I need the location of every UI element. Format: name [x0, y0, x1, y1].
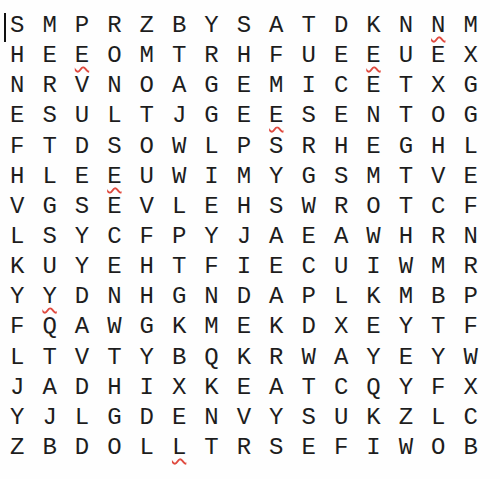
- grid-cell[interactable]: D: [325, 11, 357, 41]
- grid-cell[interactable]: Q: [195, 343, 227, 373]
- grid-cell[interactable]: E: [98, 162, 130, 192]
- grid-cell[interactable]: S: [260, 192, 292, 222]
- grid-cell[interactable]: A: [163, 71, 195, 101]
- grid-cell[interactable]: S: [33, 222, 65, 252]
- grid-cell[interactable]: E: [228, 71, 260, 101]
- grid-cell[interactable]: T: [390, 71, 422, 101]
- grid-cell[interactable]: S: [1, 11, 33, 41]
- grid-cell[interactable]: T: [293, 11, 325, 41]
- grid-cell[interactable]: X: [454, 41, 486, 71]
- grid-cell[interactable]: F: [260, 41, 292, 71]
- grid-cell[interactable]: D: [66, 282, 98, 312]
- grid-cell[interactable]: T: [293, 373, 325, 403]
- grid-cell[interactable]: L: [1, 343, 33, 373]
- grid-cell[interactable]: Q: [357, 373, 389, 403]
- grid-cell[interactable]: Y: [66, 222, 98, 252]
- grid-cell[interactable]: F: [131, 222, 163, 252]
- grid-cell[interactable]: T: [195, 433, 227, 463]
- grid-cell[interactable]: S: [293, 101, 325, 131]
- grid-cell[interactable]: V: [422, 162, 454, 192]
- grid-cell[interactable]: S: [260, 132, 292, 162]
- grid-cell[interactable]: S: [66, 192, 98, 222]
- grid-cell[interactable]: P: [454, 282, 486, 312]
- grid-cell[interactable]: V: [66, 71, 98, 101]
- grid-cell[interactable]: T: [163, 252, 195, 282]
- grid-cell[interactable]: I: [228, 252, 260, 282]
- grid-cell[interactable]: I: [357, 252, 389, 282]
- grid-cell[interactable]: H: [228, 41, 260, 71]
- grid-cell[interactable]: J: [228, 222, 260, 252]
- grid-cell[interactable]: Y: [390, 373, 422, 403]
- grid-cell[interactable]: K: [357, 282, 389, 312]
- grid-cell[interactable]: V: [66, 343, 98, 373]
- grid-cell[interactable]: Y: [390, 312, 422, 342]
- grid-cell[interactable]: R: [325, 192, 357, 222]
- grid-cell[interactable]: N: [422, 11, 454, 41]
- grid-cell[interactable]: C: [454, 403, 486, 433]
- grid-cell[interactable]: N: [454, 222, 486, 252]
- grid-cell[interactable]: S: [98, 132, 130, 162]
- grid-cell[interactable]: E: [260, 101, 292, 131]
- grid-cell[interactable]: E: [293, 433, 325, 463]
- grid-cell[interactable]: M: [260, 71, 292, 101]
- grid-cell[interactable]: F: [195, 252, 227, 282]
- grid-cell[interactable]: A: [260, 222, 292, 252]
- grid-cell[interactable]: I: [131, 373, 163, 403]
- grid-cell[interactable]: S: [325, 162, 357, 192]
- grid-cell[interactable]: G: [131, 312, 163, 342]
- grid-cell[interactable]: K: [357, 11, 389, 41]
- grid-cell[interactable]: K: [260, 312, 292, 342]
- grid-cell[interactable]: T: [131, 101, 163, 131]
- grid-cell[interactable]: X: [454, 373, 486, 403]
- grid-cell[interactable]: A: [260, 373, 292, 403]
- grid-cell[interactable]: H: [422, 132, 454, 162]
- grid-cell[interactable]: Z: [1, 433, 33, 463]
- grid-cell[interactable]: C: [293, 252, 325, 282]
- grid-cell[interactable]: K: [1, 252, 33, 282]
- grid-cell[interactable]: K: [163, 312, 195, 342]
- grid-cell[interactable]: Y: [1, 282, 33, 312]
- grid-cell[interactable]: B: [163, 11, 195, 41]
- grid-cell[interactable]: X: [163, 373, 195, 403]
- grid-cell[interactable]: C: [98, 222, 130, 252]
- grid-cell[interactable]: E: [357, 71, 389, 101]
- grid-cell[interactable]: L: [98, 101, 130, 131]
- grid-cell[interactable]: H: [131, 252, 163, 282]
- grid-cell[interactable]: Z: [390, 403, 422, 433]
- grid-cell[interactable]: Y: [260, 162, 292, 192]
- grid-cell[interactable]: E: [357, 132, 389, 162]
- grid-cell[interactable]: T: [390, 101, 422, 131]
- grid-cell[interactable]: K: [357, 403, 389, 433]
- grid-cell[interactable]: O: [98, 41, 130, 71]
- grid-cell[interactable]: F: [454, 312, 486, 342]
- grid-cell[interactable]: N: [1, 71, 33, 101]
- grid-cell[interactable]: P: [66, 11, 98, 41]
- grid-cell[interactable]: G: [390, 132, 422, 162]
- grid-cell[interactable]: X: [422, 71, 454, 101]
- grid-cell[interactable]: U: [131, 162, 163, 192]
- grid-cell[interactable]: I: [293, 71, 325, 101]
- grid-cell[interactable]: E: [390, 343, 422, 373]
- grid-cell[interactable]: D: [66, 433, 98, 463]
- grid-cell[interactable]: W: [390, 433, 422, 463]
- grid-cell[interactable]: E: [357, 41, 389, 71]
- grid-cell[interactable]: D: [66, 132, 98, 162]
- grid-cell[interactable]: A: [33, 373, 65, 403]
- grid-cell[interactable]: H: [1, 162, 33, 192]
- grid-cell[interactable]: E: [422, 41, 454, 71]
- grid-cell[interactable]: C: [422, 192, 454, 222]
- grid-cell[interactable]: H: [131, 282, 163, 312]
- grid-cell[interactable]: S: [33, 101, 65, 131]
- grid-cell[interactable]: P: [163, 222, 195, 252]
- grid-cell[interactable]: B: [454, 433, 486, 463]
- grid-cell[interactable]: G: [33, 192, 65, 222]
- grid-cell[interactable]: L: [422, 403, 454, 433]
- grid-cell[interactable]: L: [33, 162, 65, 192]
- grid-cell[interactable]: E: [98, 192, 130, 222]
- grid-cell[interactable]: L: [163, 192, 195, 222]
- grid-cell[interactable]: W: [454, 343, 486, 373]
- grid-cell[interactable]: D: [66, 373, 98, 403]
- grid-cell[interactable]: R: [98, 11, 130, 41]
- grid-cell[interactable]: O: [357, 192, 389, 222]
- grid-cell[interactable]: R: [293, 132, 325, 162]
- grid-cell[interactable]: Q: [33, 312, 65, 342]
- grid-cell[interactable]: W: [98, 312, 130, 342]
- grid-cell[interactable]: P: [228, 132, 260, 162]
- grid-cell[interactable]: U: [325, 252, 357, 282]
- grid-cell[interactable]: E: [228, 101, 260, 131]
- grid-cell[interactable]: J: [33, 403, 65, 433]
- grid-cell[interactable]: I: [357, 433, 389, 463]
- grid-cell[interactable]: G: [454, 71, 486, 101]
- grid-cell[interactable]: U: [390, 41, 422, 71]
- grid-cell[interactable]: Y: [1, 403, 33, 433]
- grid-cell[interactable]: L: [66, 403, 98, 433]
- grid-cell[interactable]: T: [33, 343, 65, 373]
- grid-cell[interactable]: Y: [357, 343, 389, 373]
- grid-cell[interactable]: W: [293, 192, 325, 222]
- grid-cell[interactable]: W: [163, 162, 195, 192]
- grid-cell[interactable]: N: [390, 11, 422, 41]
- grid-cell[interactable]: R: [33, 71, 65, 101]
- grid-cell[interactable]: B: [422, 282, 454, 312]
- grid-cell[interactable]: U: [293, 41, 325, 71]
- grid-cell[interactable]: D: [131, 403, 163, 433]
- grid-cell[interactable]: P: [293, 282, 325, 312]
- grid-cell[interactable]: E: [66, 162, 98, 192]
- grid-cell[interactable]: T: [33, 132, 65, 162]
- grid-cell[interactable]: W: [357, 222, 389, 252]
- grid-cell[interactable]: U: [325, 403, 357, 433]
- grid-cell[interactable]: R: [454, 252, 486, 282]
- grid-cell[interactable]: E: [293, 222, 325, 252]
- grid-cell[interactable]: I: [195, 162, 227, 192]
- grid-cell[interactable]: E: [325, 41, 357, 71]
- grid-cell[interactable]: T: [390, 162, 422, 192]
- grid-cell[interactable]: M: [390, 282, 422, 312]
- grid-cell[interactable]: Y: [195, 222, 227, 252]
- grid-cell[interactable]: E: [66, 41, 98, 71]
- grid-cell[interactable]: Y: [422, 343, 454, 373]
- grid-cell[interactable]: O: [422, 433, 454, 463]
- grid-cell[interactable]: N: [195, 282, 227, 312]
- grid-cell[interactable]: E: [163, 403, 195, 433]
- grid-cell[interactable]: C: [325, 71, 357, 101]
- grid-cell[interactable]: S: [260, 433, 292, 463]
- grid-cell[interactable]: S: [293, 403, 325, 433]
- grid-cell[interactable]: T: [98, 343, 130, 373]
- grid-cell[interactable]: Y: [33, 282, 65, 312]
- grid-cell[interactable]: E: [33, 41, 65, 71]
- grid-cell[interactable]: L: [163, 433, 195, 463]
- grid-cell[interactable]: J: [163, 101, 195, 131]
- grid-cell[interactable]: R: [228, 433, 260, 463]
- grid-cell[interactable]: V: [1, 192, 33, 222]
- grid-cell[interactable]: G: [293, 162, 325, 192]
- grid-cell[interactable]: W: [390, 252, 422, 282]
- grid-cell[interactable]: S: [228, 11, 260, 41]
- grid-cell[interactable]: L: [195, 132, 227, 162]
- grid-cell[interactable]: Y: [131, 343, 163, 373]
- grid-cell[interactable]: B: [163, 343, 195, 373]
- grid-cell[interactable]: A: [260, 11, 292, 41]
- grid-cell[interactable]: R: [422, 222, 454, 252]
- grid-cell[interactable]: H: [325, 132, 357, 162]
- grid-cell[interactable]: N: [98, 282, 130, 312]
- document-page[interactable]: SMPRZBYSATDKNNMHEEOMTRHFUEEUEXNRVNOAGEMI…: [0, 0, 500, 479]
- grid-cell[interactable]: E: [228, 312, 260, 342]
- grid-cell[interactable]: R: [260, 343, 292, 373]
- grid-cell[interactable]: A: [66, 312, 98, 342]
- grid-cell[interactable]: G: [195, 101, 227, 131]
- grid-cell[interactable]: M: [357, 162, 389, 192]
- grid-cell[interactable]: E: [228, 373, 260, 403]
- grid-cell[interactable]: E: [195, 192, 227, 222]
- grid-cell[interactable]: K: [195, 373, 227, 403]
- grid-cell[interactable]: F: [422, 373, 454, 403]
- grid-cell[interactable]: G: [195, 71, 227, 101]
- grid-cell[interactable]: V: [131, 192, 163, 222]
- grid-cell[interactable]: B: [33, 433, 65, 463]
- grid-cell[interactable]: U: [33, 252, 65, 282]
- grid-cell[interactable]: L: [1, 222, 33, 252]
- grid-cell[interactable]: E: [260, 252, 292, 282]
- grid-cell[interactable]: F: [454, 192, 486, 222]
- grid-cell[interactable]: J: [1, 373, 33, 403]
- grid-cell[interactable]: W: [293, 343, 325, 373]
- grid-cell[interactable]: F: [1, 132, 33, 162]
- grid-cell[interactable]: M: [454, 11, 486, 41]
- grid-cell[interactable]: A: [260, 282, 292, 312]
- grid-cell[interactable]: H: [390, 222, 422, 252]
- grid-cell[interactable]: O: [422, 101, 454, 131]
- grid-cell[interactable]: D: [293, 312, 325, 342]
- grid-cell[interactable]: C: [325, 373, 357, 403]
- grid-cell[interactable]: O: [131, 132, 163, 162]
- grid-cell[interactable]: D: [228, 282, 260, 312]
- grid-cell[interactable]: H: [1, 41, 33, 71]
- grid-cell[interactable]: M: [195, 312, 227, 342]
- grid-cell[interactable]: H: [98, 373, 130, 403]
- grid-cell[interactable]: Y: [195, 11, 227, 41]
- grid-cell[interactable]: M: [33, 11, 65, 41]
- grid-cell[interactable]: Z: [131, 11, 163, 41]
- grid-cell[interactable]: T: [163, 41, 195, 71]
- grid-cell[interactable]: N: [195, 403, 227, 433]
- grid-cell[interactable]: F: [325, 433, 357, 463]
- grid-cell[interactable]: Y: [260, 403, 292, 433]
- grid-cell[interactable]: O: [98, 433, 130, 463]
- grid-cell[interactable]: A: [325, 222, 357, 252]
- grid-cell[interactable]: R: [195, 41, 227, 71]
- grid-cell[interactable]: L: [454, 132, 486, 162]
- grid-cell[interactable]: Y: [66, 252, 98, 282]
- grid-cell[interactable]: A: [325, 343, 357, 373]
- grid-cell[interactable]: M: [131, 41, 163, 71]
- grid-cell[interactable]: G: [98, 403, 130, 433]
- grid-cell[interactable]: N: [98, 71, 130, 101]
- grid-cell[interactable]: W: [163, 132, 195, 162]
- grid-cell[interactable]: L: [325, 282, 357, 312]
- grid-cell[interactable]: E: [325, 101, 357, 131]
- grid-cell[interactable]: E: [1, 101, 33, 131]
- grid-cell[interactable]: X: [325, 312, 357, 342]
- grid-cell[interactable]: V: [228, 403, 260, 433]
- grid-cell[interactable]: M: [228, 162, 260, 192]
- word-search-grid: SMPRZBYSATDKNNMHEEOMTRHFUEEUEXNRVNOAGEMI…: [1, 11, 487, 463]
- grid-cell[interactable]: G: [163, 282, 195, 312]
- grid-cell[interactable]: K: [228, 343, 260, 373]
- grid-cell[interactable]: L: [131, 433, 163, 463]
- grid-cell[interactable]: F: [1, 312, 33, 342]
- grid-cell[interactable]: T: [422, 312, 454, 342]
- grid-cell[interactable]: O: [131, 71, 163, 101]
- grid-cell[interactable]: T: [390, 192, 422, 222]
- grid-cell[interactable]: E: [357, 312, 389, 342]
- grid-cell[interactable]: G: [454, 101, 486, 131]
- grid-cell[interactable]: H: [228, 192, 260, 222]
- grid-cell[interactable]: U: [66, 101, 98, 131]
- grid-cell[interactable]: E: [454, 162, 486, 192]
- grid-cell[interactable]: N: [357, 101, 389, 131]
- grid-cell[interactable]: M: [422, 252, 454, 282]
- grid-cell[interactable]: E: [98, 252, 130, 282]
